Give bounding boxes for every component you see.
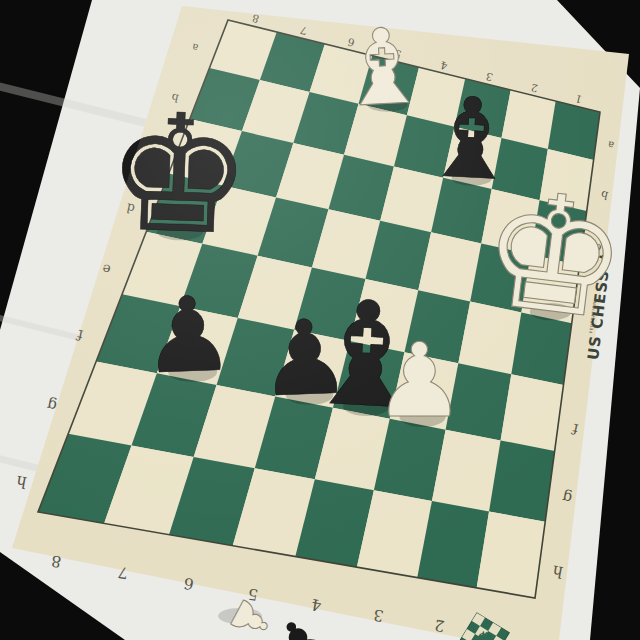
photo-frame: 8877665544332211aabbccdeffgghhUS CHESSFE… bbox=[0, 0, 640, 640]
chessboard-photo: 8877665544332211aabbccdeffgghhUS CHESSFE… bbox=[0, 0, 640, 640]
